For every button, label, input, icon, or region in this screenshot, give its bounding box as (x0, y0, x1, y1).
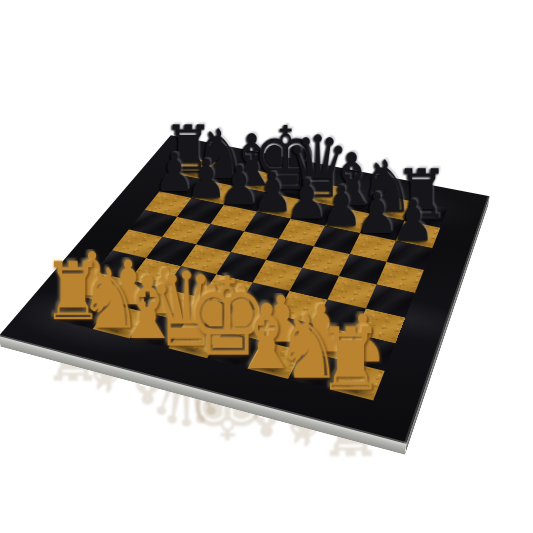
chess-set-photo: ♜♜♞♞♝♝♚♚♛♛♝♝♞♞♜♜♟♟♟♟♟♟♟♟♟♟♟♟♟♟♟♟♟♟♟♟♟♟♟♟… (0, 0, 533, 533)
square-f5[interactable] (302, 246, 350, 276)
tan-rook-piece[interactable]: ♜ (309, 323, 393, 397)
square-h1[interactable]: ♜♜ (330, 361, 384, 401)
black-pawn-piece[interactable]: ♟ (379, 197, 449, 245)
playing-field: ♜♜♞♞♝♝♚♚♛♛♝♝♞♞♜♜♟♟♟♟♟♟♟♟♟♟♟♟♟♟♟♟♟♟♟♟♟♟♟♟… (56, 157, 448, 401)
marble-board-slab: ♜♜♞♞♝♝♚♚♛♛♝♝♞♞♜♜♟♟♟♟♟♟♟♟♟♟♟♟♟♟♟♟♟♟♟♟♟♟♟♟… (0, 135, 490, 444)
perspective-container: ♜♜♞♞♝♝♚♚♛♛♝♝♞♞♜♜♟♟♟♟♟♟♟♟♟♟♟♟♟♟♟♟♟♟♟♟♟♟♟♟… (0, 0, 533, 533)
square-h7[interactable]: ♟♟ (396, 221, 440, 249)
